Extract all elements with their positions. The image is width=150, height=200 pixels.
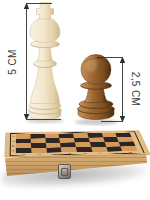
chessboard-grid [16,133,138,154]
file-label: e [77,152,93,155]
king-height-label: 5 CM [7,49,18,75]
pawn-height-label: 2,5 CM [130,72,141,107]
clasp-latch [61,168,68,176]
product-photo: 5 CM 2,5 CM abcdefgh 4321 [0,0,150,200]
rank-labels: 4321 [10,134,16,153]
file-label: g [107,151,123,154]
white-king-piece [29,3,62,120]
file-label: a [16,153,31,156]
clasp [58,164,71,179]
file-label: d [62,152,78,155]
file-label: c [46,153,62,156]
rank-label: 1 [10,148,16,153]
file-label: f [92,152,108,155]
board-top-face: abcdefgh 4321 [4,130,150,157]
chess-pieces-illustration: 5 CM 2,5 CM [0,0,150,128]
brown-pawn-piece [78,55,115,120]
file-label: h [123,151,139,154]
file-label: b [31,153,47,156]
